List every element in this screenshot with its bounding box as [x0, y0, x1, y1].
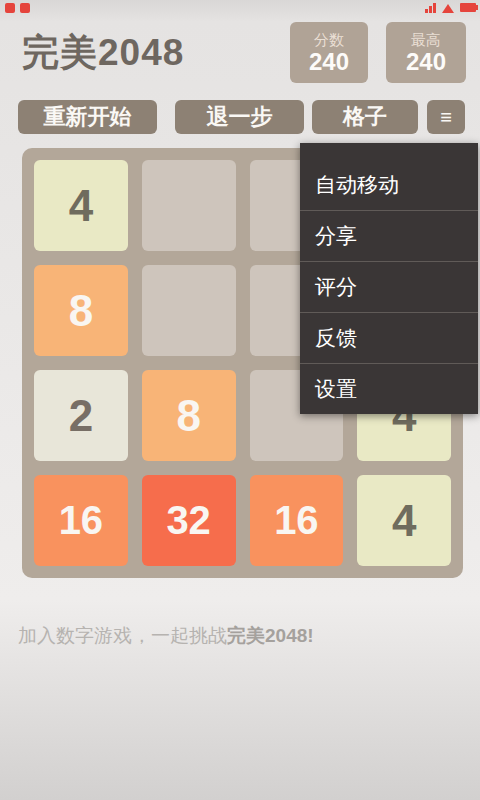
menu-item-feedback[interactable]: 反馈 — [300, 312, 478, 363]
battery-icon — [460, 3, 476, 12]
empty-cell-r2c2 — [142, 265, 236, 356]
hamburger-menu-button[interactable]: ≡ — [427, 100, 465, 134]
menu-item-settings[interactable]: 设置 — [300, 363, 478, 414]
best-score-box: 最高 240 — [386, 22, 466, 83]
footer-text-bold: 完美2048! — [227, 625, 314, 646]
tile-8-r2c1: 8 — [34, 265, 128, 356]
footer-caption: 加入数字游戏，一起挑战完美2048! — [18, 622, 314, 650]
notification-icon — [5, 3, 15, 13]
best-value: 240 — [406, 49, 446, 75]
tile-4-r4c4: 4 — [357, 475, 451, 566]
grid-size-button[interactable]: 格子 — [312, 100, 418, 134]
tile-16-r4c1: 16 — [34, 475, 128, 566]
tile-16-r4c3: 16 — [250, 475, 344, 566]
score-value: 240 — [309, 49, 349, 75]
status-right-icons — [425, 3, 476, 13]
status-bar — [0, 0, 480, 15]
tile-2-r3c1: 2 — [34, 370, 128, 461]
menu-item-auto-move[interactable]: 自动移动 — [300, 159, 478, 210]
page-title: 完美2048 — [22, 28, 184, 78]
footer-text: 加入数字游戏，一起挑战 — [18, 625, 227, 646]
best-label: 最高 — [411, 31, 441, 49]
dropdown-menu: 自动移动分享评分反馈设置 — [300, 143, 478, 414]
restart-button[interactable]: 重新开始 — [18, 100, 157, 134]
hamburger-icon: ≡ — [440, 106, 452, 129]
menu-item-share[interactable]: 分享 — [300, 210, 478, 261]
tile-32-r4c2: 32 — [142, 475, 236, 566]
empty-cell-r1c2 — [142, 160, 236, 251]
undo-button[interactable]: 退一步 — [175, 100, 304, 134]
notification-icon — [20, 3, 30, 13]
signal-icon — [425, 3, 436, 13]
score-label: 分数 — [314, 31, 344, 49]
menu-item-rate[interactable]: 评分 — [300, 261, 478, 312]
wifi-icon — [442, 4, 454, 13]
tile-8-r3c2: 8 — [142, 370, 236, 461]
tile-4-r1c1: 4 — [34, 160, 128, 251]
score-box: 分数 240 — [290, 22, 368, 83]
status-left-icons — [5, 3, 30, 13]
